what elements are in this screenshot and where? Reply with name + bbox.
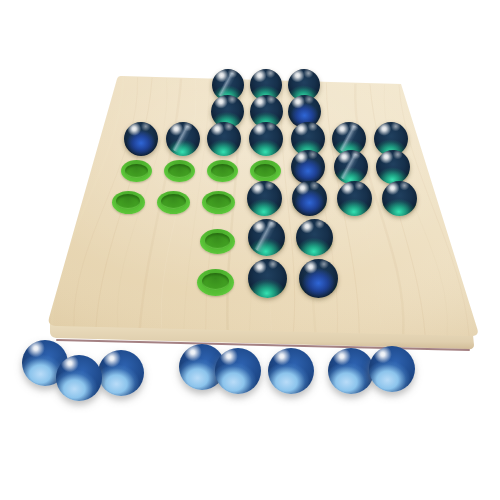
captured-marble-6[interactable] (268, 348, 314, 394)
marble-r4c6[interactable] (334, 150, 368, 184)
hole-r5c3[interactable] (202, 191, 235, 214)
hole-r4c1[interactable] (121, 160, 152, 182)
hole-r7c3[interactable] (197, 269, 234, 296)
captured-marble-7[interactable] (328, 348, 374, 394)
marble-r3c2[interactable] (166, 122, 200, 156)
hole-r5c2[interactable] (157, 191, 190, 214)
hole-r4c4[interactable] (250, 160, 281, 182)
marble-r6c5[interactable] (296, 219, 333, 256)
marble-r5c5[interactable] (292, 181, 327, 216)
marble-r4c5[interactable] (291, 150, 325, 184)
hole-r5c1[interactable] (112, 191, 145, 214)
peg-solitaire-photo (0, 0, 500, 500)
marble-r5c6[interactable] (337, 181, 372, 216)
hole-r6c3[interactable] (200, 229, 235, 254)
marble-r3c4[interactable] (249, 122, 283, 156)
hole-r4c2[interactable] (164, 160, 195, 182)
hole-r4c3[interactable] (207, 160, 238, 182)
marble-r7c4[interactable] (248, 259, 287, 298)
captured-marble-5[interactable] (215, 348, 261, 394)
marble-r5c7[interactable] (382, 181, 417, 216)
captured-marble-2[interactable] (98, 350, 144, 396)
marble-r6c4[interactable] (248, 219, 285, 256)
captured-marble-3[interactable] (56, 355, 102, 401)
captured-marble-8[interactable] (369, 346, 415, 392)
captured-marbles-row (0, 0, 500, 500)
marble-r3c1[interactable] (124, 122, 158, 156)
marble-r7c5[interactable] (299, 259, 338, 298)
marble-r5c4[interactable] (247, 181, 282, 216)
